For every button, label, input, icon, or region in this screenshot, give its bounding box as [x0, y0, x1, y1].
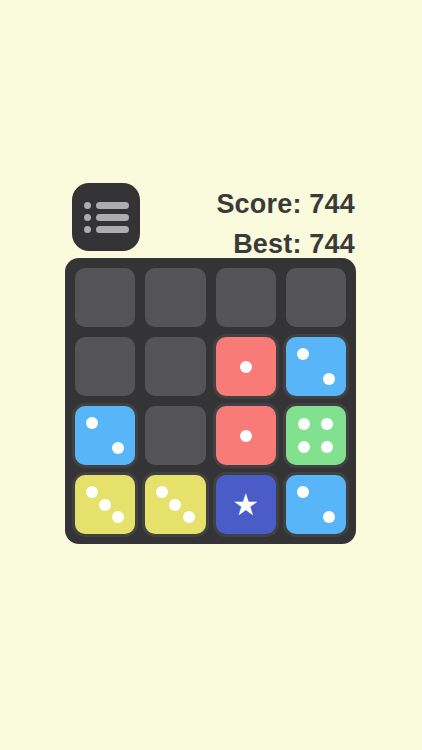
die-pip: [86, 486, 98, 498]
board-cell-r2c4: [286, 337, 346, 396]
board-cell-r2c3: [216, 337, 276, 396]
board-cell-r1c4: [286, 268, 346, 327]
die-pip: [321, 441, 333, 453]
die-tile-red-1[interactable]: [216, 337, 276, 396]
board-cell-r4c3: ★: [216, 475, 276, 534]
app-background: Score: 744 Best: 744 ★: [0, 0, 422, 750]
die-tile-green-4[interactable]: [286, 406, 346, 465]
die-pip: [169, 499, 181, 511]
best-value: 744: [309, 229, 355, 259]
die-pip: [240, 430, 252, 442]
die-pip: [240, 361, 252, 373]
menu-button[interactable]: [72, 183, 140, 251]
die-pip: [323, 511, 335, 523]
list-icon: [84, 202, 129, 233]
board-cell-r3c2: [145, 406, 205, 465]
die-pip: [297, 486, 309, 498]
board-cell-r1c3: [216, 268, 276, 327]
die-tile-blue-2[interactable]: [286, 337, 346, 396]
board-cell-r3c4: [286, 406, 346, 465]
board-cell-r3c3: [216, 406, 276, 465]
board-cell-r1c2: [145, 268, 205, 327]
die-tile-indigo-star[interactable]: ★: [216, 475, 276, 534]
die-pip: [298, 441, 310, 453]
die-pip: [321, 418, 333, 430]
board-cell-r4c1: [75, 475, 135, 534]
board-cell-r4c2: [145, 475, 205, 534]
die-pip: [112, 442, 124, 454]
die-tile-blue-2[interactable]: [286, 475, 346, 534]
score-value: 744: [309, 189, 355, 219]
board-cell-r2c1: [75, 337, 135, 396]
die-tile-red-1[interactable]: [216, 406, 276, 465]
board-cell-r1c1: [75, 268, 135, 327]
die-pip: [183, 511, 195, 523]
best-label: Best:: [233, 229, 309, 259]
score-text: Score: 744: [216, 184, 355, 224]
star-icon: ★: [216, 475, 276, 534]
score-label: Score:: [216, 189, 309, 219]
die-pip: [297, 348, 309, 360]
board-cell-r4c4: [286, 475, 346, 534]
board-cell-r2c2: [145, 337, 205, 396]
die-tile-blue-2[interactable]: [75, 406, 135, 465]
die-pip: [112, 511, 124, 523]
die-tile-yellow-3[interactable]: [145, 475, 205, 534]
die-pip: [298, 418, 310, 430]
die-tile-yellow-3[interactable]: [75, 475, 135, 534]
die-pip: [86, 417, 98, 429]
die-pip: [156, 486, 168, 498]
board-cell-r3c1: [75, 406, 135, 465]
die-pip: [99, 499, 111, 511]
die-pip: [323, 373, 335, 385]
scoreboard: Score: 744 Best: 744: [216, 184, 355, 264]
game-board[interactable]: ★: [65, 258, 356, 544]
